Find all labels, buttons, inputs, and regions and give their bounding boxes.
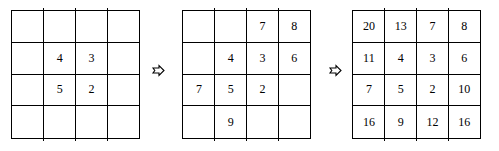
cell-grid1-r2c2: 4 [44,43,76,75]
cell-grid1-r3c3: 2 [76,75,108,107]
cell-grid2-r2c4: 6 [278,43,310,75]
cell-grid3-r1c2: 13 [385,11,417,43]
cell-grid3-r4c1: 16 [353,106,385,138]
cell-grid3-r3c2: 5 [385,75,417,107]
cell-grid3-r1c1: 20 [353,11,385,43]
board-stage-3: 20137811436752101691216 [352,10,481,139]
cell-grid2-r4c3 [247,106,279,138]
cell-grid1-r4c2 [44,106,76,138]
cell-grid1-r4c1 [12,106,44,138]
grid-line-vertical [416,8,417,141]
cell-grid2-r1c3: 7 [247,11,279,43]
rightwards-white-arrow-icon [151,63,166,78]
cell-grid3-r4c3: 12 [417,106,449,138]
cell-grid3-r3c1: 7 [353,75,385,107]
cell-grid3-r2c1: 11 [353,43,385,75]
cell-grid1-r1c3 [76,11,108,43]
cell-grid3-r3c4: 10 [448,75,480,107]
board-stage-1: 4352 [11,10,140,139]
cell-grid1-r3c2: 5 [44,75,76,107]
cell-grid1-r2c3: 3 [76,43,108,75]
grid-line-vertical [107,8,108,141]
board-stage-2: 784367529 [182,10,311,139]
cell-grid3-r2c4: 6 [448,43,480,75]
cell-grid2-r3c1: 7 [183,75,215,107]
cell-grid1-r1c4 [107,11,139,43]
rightwards-white-arrow-icon [328,63,343,78]
cell-grid3-r4c2: 9 [385,106,417,138]
cell-grid1-r1c2 [44,11,76,43]
cell-grid2-r4c4 [278,106,310,138]
cell-grid1-r2c4 [107,43,139,75]
cell-grid1-r1c1 [12,11,44,43]
grid-line-vertical [214,8,215,141]
cell-grid2-r4c1 [183,106,215,138]
cell-grid3-r4c4: 16 [448,106,480,138]
grid-line-vertical [384,8,385,141]
cell-grid2-r1c2 [215,11,247,43]
cell-grid3-r1c4: 8 [448,11,480,43]
cell-grid1-r4c3 [76,106,108,138]
cell-grid3-r2c2: 4 [385,43,417,75]
grid-line-vertical [43,8,44,141]
cell-grid2-r2c3: 3 [247,43,279,75]
puzzle-diagram: 4352 784367529 20137811436752101691216 [0,0,499,151]
cell-grid2-r3c4 [278,75,310,107]
cell-grid2-r1c4: 8 [278,11,310,43]
cell-grid1-r4c4 [107,106,139,138]
grid-line-vertical [278,8,279,141]
cell-grid3-r1c3: 7 [417,11,449,43]
cell-grid2-r2c2: 4 [215,43,247,75]
cell-grid3-r2c3: 3 [417,43,449,75]
cell-grid2-r4c2: 9 [215,106,247,138]
grid-line-vertical [75,8,76,141]
grid-line-vertical [448,8,449,141]
cell-grid2-r3c2: 5 [215,75,247,107]
cell-grid2-r1c1 [183,11,215,43]
cell-grid2-r2c1 [183,43,215,75]
cell-grid3-r3c3: 2 [417,75,449,107]
cell-grid1-r3c1 [12,75,44,107]
cell-grid1-r3c4 [107,75,139,107]
grid-line-vertical [246,8,247,141]
cell-grid1-r2c1 [12,43,44,75]
cell-grid2-r3c3: 2 [247,75,279,107]
